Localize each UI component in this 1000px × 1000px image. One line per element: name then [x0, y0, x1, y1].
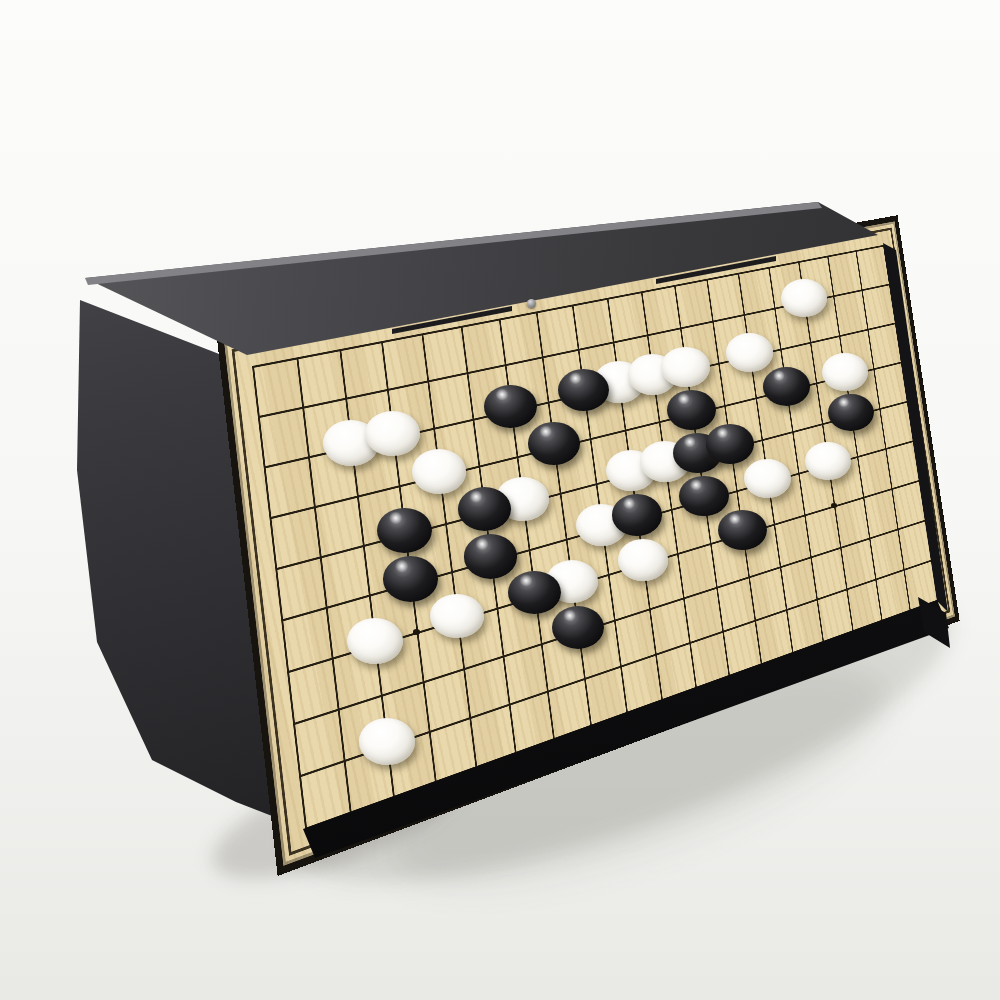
hinge-pin-icon — [527, 299, 536, 308]
product-photo-stage — [0, 0, 1000, 1000]
